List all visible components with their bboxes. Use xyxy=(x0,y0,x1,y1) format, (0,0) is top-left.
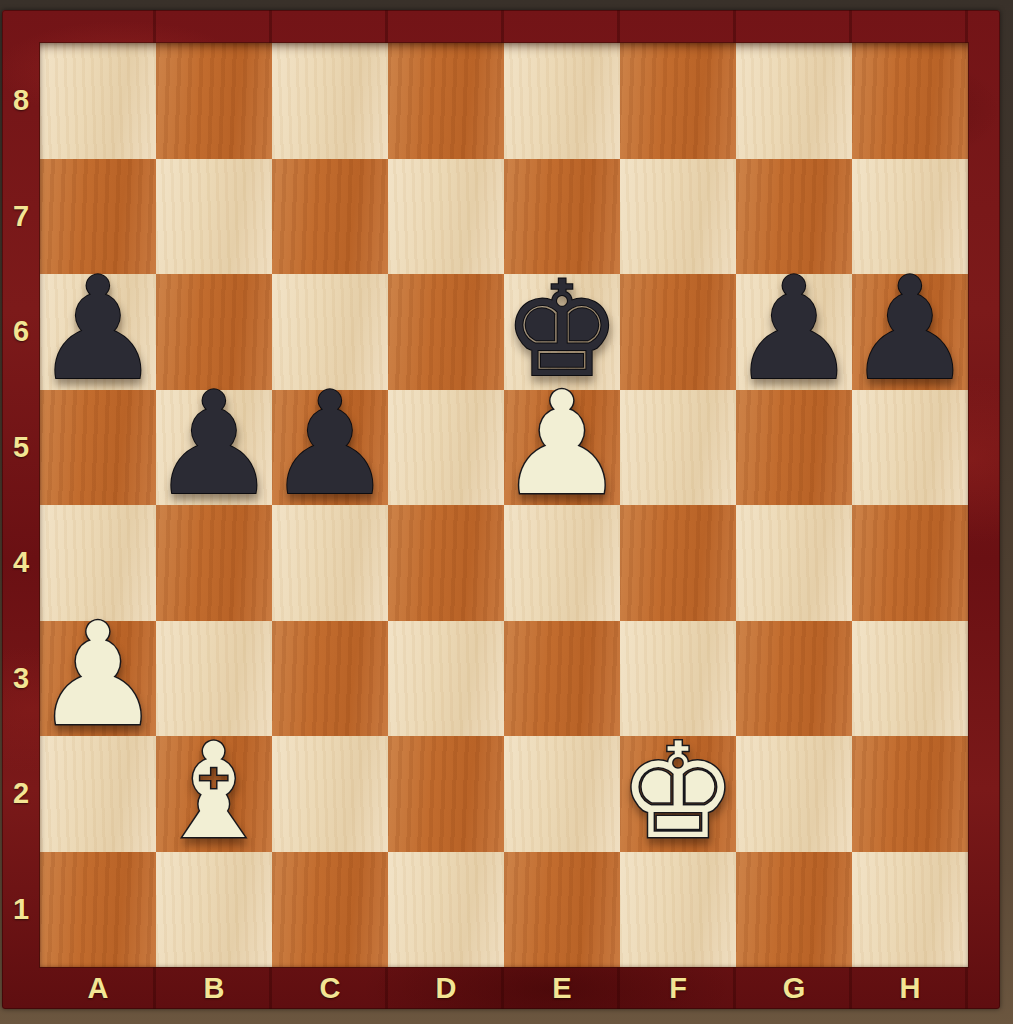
file-label-e: E xyxy=(504,967,620,1009)
square-a3[interactable]: ♟ xyxy=(40,621,156,737)
square-h5[interactable] xyxy=(852,390,968,506)
rank-label-4: 4 xyxy=(2,505,40,621)
square-b4[interactable] xyxy=(156,505,272,621)
rank-label-1: 1 xyxy=(2,852,40,968)
rank-label-8: 8 xyxy=(2,43,40,159)
square-d1[interactable] xyxy=(388,852,504,968)
square-d4[interactable] xyxy=(388,505,504,621)
white-pawn[interactable]: ♟ xyxy=(504,387,620,503)
square-g5[interactable] xyxy=(736,390,852,506)
rank-label-5: 5 xyxy=(2,390,40,506)
square-d7[interactable] xyxy=(388,159,504,275)
square-g4[interactable] xyxy=(736,505,852,621)
black-pawn[interactable]: ♟ xyxy=(852,271,968,387)
square-h8[interactable] xyxy=(852,43,968,159)
file-label-g: G xyxy=(736,967,852,1009)
square-a6[interactable]: ♟ xyxy=(40,274,156,390)
file-label-d: D xyxy=(388,967,504,1009)
white-bishop[interactable]: ♝ xyxy=(156,733,272,849)
square-f7[interactable] xyxy=(620,159,736,275)
square-e8[interactable] xyxy=(504,43,620,159)
square-f5[interactable] xyxy=(620,390,736,506)
square-h1[interactable] xyxy=(852,852,968,968)
square-g3[interactable] xyxy=(736,621,852,737)
square-f8[interactable] xyxy=(620,43,736,159)
square-d5[interactable] xyxy=(388,390,504,506)
square-b2[interactable]: ♝ xyxy=(156,736,272,852)
board-grid: ♟♚♟♟♟♟♟♟♝♚ xyxy=(40,43,968,967)
square-d3[interactable] xyxy=(388,621,504,737)
square-g8[interactable] xyxy=(736,43,852,159)
square-e4[interactable] xyxy=(504,505,620,621)
square-a8[interactable] xyxy=(40,43,156,159)
square-b7[interactable] xyxy=(156,159,272,275)
square-h4[interactable] xyxy=(852,505,968,621)
white-pawn[interactable]: ♟ xyxy=(40,618,156,734)
square-g1[interactable] xyxy=(736,852,852,968)
square-d2[interactable] xyxy=(388,736,504,852)
square-a1[interactable] xyxy=(40,852,156,968)
square-c3[interactable] xyxy=(272,621,388,737)
square-f4[interactable] xyxy=(620,505,736,621)
rank-labels: 87654321 xyxy=(2,43,40,967)
file-label-f: F xyxy=(620,967,736,1009)
file-label-c: C xyxy=(272,967,388,1009)
square-e1[interactable] xyxy=(504,852,620,968)
square-g6[interactable]: ♟ xyxy=(736,274,852,390)
square-c2[interactable] xyxy=(272,736,388,852)
white-king[interactable]: ♚ xyxy=(620,733,736,849)
square-f6[interactable] xyxy=(620,274,736,390)
chess-app: ♟♚♟♟♟♟♟♟♝♚ 87654321 ABCDEFGH xyxy=(0,0,1013,1024)
square-f1[interactable] xyxy=(620,852,736,968)
square-b8[interactable] xyxy=(156,43,272,159)
square-e5[interactable]: ♟ xyxy=(504,390,620,506)
file-label-h: H xyxy=(852,967,968,1009)
file-label-b: B xyxy=(156,967,272,1009)
file-labels: ABCDEFGH xyxy=(40,967,968,1009)
square-c7[interactable] xyxy=(272,159,388,275)
square-d8[interactable] xyxy=(388,43,504,159)
square-a5[interactable] xyxy=(40,390,156,506)
square-g2[interactable] xyxy=(736,736,852,852)
square-d6[interactable] xyxy=(388,274,504,390)
square-c8[interactable] xyxy=(272,43,388,159)
black-pawn[interactable]: ♟ xyxy=(272,387,388,503)
square-b1[interactable] xyxy=(156,852,272,968)
square-a2[interactable] xyxy=(40,736,156,852)
rank-label-2: 2 xyxy=(2,736,40,852)
square-e2[interactable] xyxy=(504,736,620,852)
rank-label-6: 6 xyxy=(2,274,40,390)
black-pawn[interactable]: ♟ xyxy=(40,271,156,387)
rank-label-7: 7 xyxy=(2,159,40,275)
square-c1[interactable] xyxy=(272,852,388,968)
black-pawn[interactable]: ♟ xyxy=(736,271,852,387)
square-c4[interactable] xyxy=(272,505,388,621)
frame-seam-top xyxy=(40,10,968,43)
square-h6[interactable]: ♟ xyxy=(852,274,968,390)
square-e3[interactable] xyxy=(504,621,620,737)
rank-label-3: 3 xyxy=(2,621,40,737)
square-h3[interactable] xyxy=(852,621,968,737)
square-f2[interactable]: ♚ xyxy=(620,736,736,852)
square-b5[interactable]: ♟ xyxy=(156,390,272,506)
black-pawn[interactable]: ♟ xyxy=(156,387,272,503)
file-label-a: A xyxy=(40,967,156,1009)
square-h2[interactable] xyxy=(852,736,968,852)
square-c5[interactable]: ♟ xyxy=(272,390,388,506)
